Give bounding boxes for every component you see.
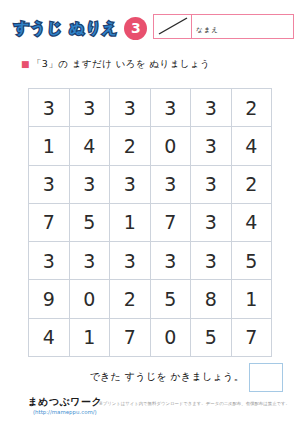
grid-cell-r5c2[interactable]: 3 (70, 242, 110, 279)
grid-cell-r2c2[interactable]: 4 (70, 127, 110, 164)
grid-cell-r2c4[interactable]: 0 (151, 127, 191, 164)
grid-cell-r1c6[interactable]: 2 (232, 89, 272, 126)
grid-cell-r6c5[interactable]: 8 (191, 280, 231, 317)
grid-cell-r3c2[interactable]: 3 (70, 166, 110, 203)
answer-box[interactable] (249, 363, 283, 392)
grid-cell-r5c5[interactable]: 3 (191, 242, 231, 279)
grid-cell-r2c1[interactable]: 1 (29, 127, 69, 164)
header: すうじ ぬりえ 3 (14, 15, 147, 41)
grid-cell-r1c3[interactable]: 3 (110, 89, 150, 126)
grid-cell-r4c1[interactable]: 7 (29, 204, 69, 241)
grid-cell-r3c6[interactable]: 2 (232, 166, 272, 203)
grid-cell-r7c1[interactable]: 4 (29, 319, 69, 356)
grid-cell-r2c5[interactable]: 3 (191, 127, 231, 164)
copyright-note: ※プリントはサイト内で無料ダウンロードできます。データの二次配布、有償配布は禁止… (99, 401, 297, 407)
grid-cell-r5c6[interactable]: 5 (232, 242, 272, 279)
site-url[interactable]: (http://mameppu.com/) (33, 409, 97, 415)
number-badge: 3 (124, 17, 147, 40)
page-title: すうじ ぬりえ (14, 19, 119, 38)
grid-cell-r4c3[interactable]: 1 (110, 204, 150, 241)
grid-cell-r2c6[interactable]: 4 (232, 127, 272, 164)
grid-cell-r1c2[interactable]: 3 (70, 89, 110, 126)
grid-cell-r7c4[interactable]: 0 (151, 319, 191, 356)
worksheet-page: すうじ ぬりえ 3 なまえ ■「3」の ますだけ いろを ぬりましょう 3333… (0, 0, 298, 421)
site-branding: まめつぶワーク (http://mameppu.com/) (18, 395, 112, 418)
grid-cell-r6c4[interactable]: 5 (151, 280, 191, 317)
instruction-text: 「3」の ますだけ いろを ぬりましょう (32, 58, 210, 69)
date-cell[interactable] (154, 15, 192, 38)
instruction-line: ■「3」の ますだけ いろを ぬりましょう (21, 58, 210, 71)
grid-cell-r1c1[interactable]: 3 (29, 89, 69, 126)
grid-cell-r4c5[interactable]: 3 (191, 204, 231, 241)
grid-cell-r5c3[interactable]: 3 (110, 242, 150, 279)
grid-cell-r6c6[interactable]: 1 (232, 280, 272, 317)
grid-cell-r3c4[interactable]: 3 (151, 166, 191, 203)
grid-cell-r2c3[interactable]: 2 (110, 127, 150, 164)
grid-cell-r3c1[interactable]: 3 (29, 166, 69, 203)
grid-cell-r4c4[interactable]: 7 (151, 204, 191, 241)
name-field[interactable]: なまえ (192, 15, 293, 38)
grid-cell-r4c6[interactable]: 4 (232, 204, 272, 241)
number-grid: 3333321420343333327517343333359025814170… (28, 88, 272, 357)
grid-cell-r1c4[interactable]: 3 (151, 89, 191, 126)
answer-prompt: できた すうじを かきましょう。 (90, 370, 244, 384)
name-box: なまえ (153, 14, 294, 39)
grid-cell-r6c1[interactable]: 9 (29, 280, 69, 317)
grid-cell-r3c3[interactable]: 3 (110, 166, 150, 203)
grid-cell-r1c5[interactable]: 3 (191, 89, 231, 126)
diagonal-line-icon (154, 15, 192, 37)
grid-cell-r7c6[interactable]: 7 (232, 319, 272, 356)
grid-cell-r4c2[interactable]: 5 (70, 204, 110, 241)
grid-cell-r5c1[interactable]: 3 (29, 242, 69, 279)
name-label: なまえ (196, 26, 219, 34)
grid-cell-r7c2[interactable]: 1 (70, 319, 110, 356)
grid-cell-r6c2[interactable]: 0 (70, 280, 110, 317)
grid-cell-r5c4[interactable]: 3 (151, 242, 191, 279)
answer-row: できた すうじを かきましょう。 (0, 362, 283, 392)
grid-cell-r3c5[interactable]: 3 (191, 166, 231, 203)
grid-cell-r7c3[interactable]: 7 (110, 319, 150, 356)
site-logo: まめつぶワーク (18, 395, 112, 409)
grid-cell-r7c5[interactable]: 5 (191, 319, 231, 356)
bullet-square-icon: ■ (21, 59, 30, 69)
grid-cell-r6c3[interactable]: 2 (110, 280, 150, 317)
